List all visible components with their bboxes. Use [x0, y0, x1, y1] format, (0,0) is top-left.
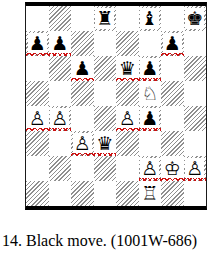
square-h2: ♙ [184, 156, 207, 181]
square-f5: ♘ [139, 81, 162, 106]
square-g1 [161, 181, 184, 206]
square-a4: ♙ [26, 106, 49, 131]
square-b6 [49, 56, 72, 81]
square-d6 [94, 56, 117, 81]
black-pawn-g7: ♟ [163, 33, 182, 54]
square-b8 [49, 6, 72, 31]
square-b2 [49, 156, 72, 181]
square-f3 [139, 131, 162, 156]
square-g3 [161, 131, 184, 156]
square-f2: ♙ [139, 156, 162, 181]
square-c2 [71, 156, 94, 181]
square-f6: ♟ [139, 56, 162, 81]
black-pawn-f4: ♟ [140, 108, 159, 129]
square-e2 [116, 156, 139, 181]
square-e5 [116, 81, 139, 106]
square-b1 [49, 181, 72, 206]
square-h6 [184, 56, 207, 81]
square-c1 [71, 181, 94, 206]
white-king-g2: ♔ [163, 158, 182, 179]
square-b5 [49, 81, 72, 106]
square-f4: ♟ [139, 106, 162, 131]
square-e8 [116, 6, 139, 31]
square-d4 [94, 106, 117, 131]
white-pawn-b4: ♙ [50, 108, 69, 129]
square-e4: ♙ [116, 106, 139, 131]
square-g8 [161, 6, 184, 31]
square-c7 [71, 31, 94, 56]
white-pawn-h2: ♙ [185, 158, 204, 179]
square-e6: ♛ [116, 56, 139, 81]
square-d3: ♛ [94, 131, 117, 156]
square-e7 [116, 31, 139, 56]
black-pawn-c6: ♟ [73, 58, 92, 79]
square-g4 [161, 106, 184, 131]
white-pawn-c3: ♙ [73, 133, 92, 154]
square-b3 [49, 131, 72, 156]
square-f8: ♝ [139, 6, 162, 31]
square-f7 [139, 31, 162, 56]
square-f1: ♖ [139, 181, 162, 206]
black-pawn-f6: ♟ [140, 58, 159, 79]
square-b4: ♙ [49, 106, 72, 131]
square-d7 [94, 31, 117, 56]
square-h5 [184, 81, 207, 106]
black-queen-e6: ♛ [118, 58, 137, 79]
square-c5 [71, 81, 94, 106]
black-pawn-a7: ♟ [28, 33, 47, 54]
square-a3 [26, 131, 49, 156]
square-a2 [26, 156, 49, 181]
chess-diagram: ♜♝♚♟♟♟♟♛♟♘♙♙♙♟♙♛♙♔♙♖ 14. Black move. (10… [0, 0, 209, 257]
square-h8: ♚ [184, 6, 207, 31]
square-g7: ♟ [161, 31, 184, 56]
square-d1 [94, 181, 117, 206]
white-rook-f1: ♖ [140, 183, 159, 204]
square-b7: ♟ [49, 31, 72, 56]
square-d8: ♜ [94, 6, 117, 31]
white-pawn-a4: ♙ [28, 108, 47, 129]
square-c3: ♙ [71, 131, 94, 156]
square-g5 [161, 81, 184, 106]
square-h1 [184, 181, 207, 206]
black-bishop-f8: ♝ [140, 8, 159, 29]
square-a5 [26, 81, 49, 106]
square-a7: ♟ [26, 31, 49, 56]
square-e1 [116, 181, 139, 206]
black-queen-d3: ♛ [95, 133, 114, 154]
square-d5 [94, 81, 117, 106]
chess-board: ♜♝♚♟♟♟♟♛♟♘♙♙♙♟♙♛♙♔♙♖ [26, 6, 206, 206]
black-king-h8: ♚ [185, 8, 204, 29]
white-knight-f5: ♘ [140, 83, 159, 104]
square-a8 [26, 6, 49, 31]
square-g6 [161, 56, 184, 81]
black-pawn-b7: ♟ [50, 33, 69, 54]
square-c8 [71, 6, 94, 31]
square-g2: ♔ [161, 156, 184, 181]
square-d2 [94, 156, 117, 181]
square-c6: ♟ [71, 56, 94, 81]
white-pawn-f2: ♙ [140, 158, 159, 179]
diagram-caption: 14. Black move. (1001W-686) [2, 232, 197, 250]
square-a6 [26, 56, 49, 81]
square-h7 [184, 31, 207, 56]
square-h4 [184, 106, 207, 131]
square-c4 [71, 106, 94, 131]
board-frame: ♜♝♚♟♟♟♟♛♟♘♙♙♙♟♙♛♙♔♙♖ [25, 2, 207, 210]
black-rook-d8: ♜ [95, 8, 114, 29]
square-e3 [116, 131, 139, 156]
square-a1 [26, 181, 49, 206]
white-pawn-e4: ♙ [118, 108, 137, 129]
square-h3 [184, 131, 207, 156]
